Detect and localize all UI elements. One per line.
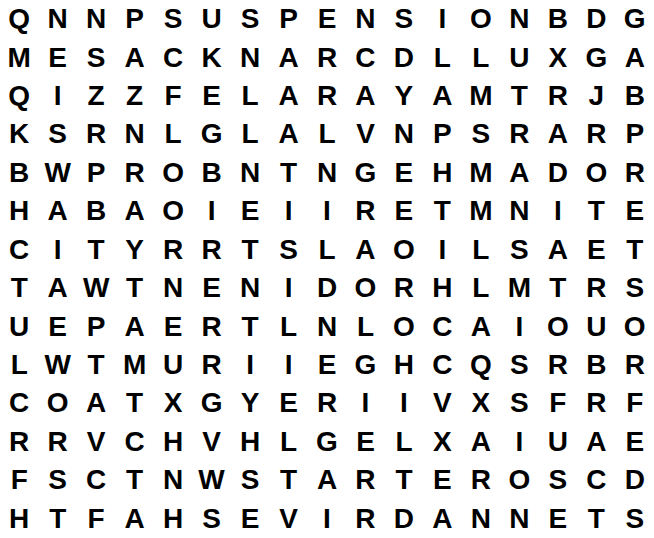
grid-cell-r3c1[interactable]: Q (0, 77, 38, 115)
grid-cell-r8c4[interactable]: T (115, 269, 153, 307)
grid-cell-r4c14[interactable]: R (500, 115, 538, 153)
grid-cell-r4c3[interactable]: R (77, 115, 115, 153)
grid-cell-r6c11[interactable]: E (385, 192, 423, 230)
grid-cell-r3c15[interactable]: R (539, 77, 577, 115)
grid-cell-r14c7[interactable]: E (231, 500, 269, 538)
grid-cell-r13c17[interactable]: D (616, 461, 654, 499)
grid-cell-r7c3[interactable]: T (77, 231, 115, 269)
grid-cell-r3c7[interactable]: L (231, 77, 269, 115)
grid-cell-r6c13[interactable]: M (462, 192, 500, 230)
grid-cell-r8c2[interactable]: A (38, 269, 76, 307)
grid-cell-r11c5[interactable]: X (154, 384, 192, 422)
grid-cell-r7c7[interactable]: T (231, 231, 269, 269)
grid-cell-r10c11[interactable]: H (385, 346, 423, 384)
grid-cell-r3c8[interactable]: A (269, 77, 307, 115)
grid-cell-r14c9[interactable]: I (308, 500, 346, 538)
grid-cell-r1c3[interactable]: N (77, 0, 115, 38)
grid-cell-r2c3[interactable]: S (77, 38, 115, 76)
grid-cell-r7c10[interactable]: A (346, 231, 384, 269)
grid-cell-r14c3[interactable]: F (77, 500, 115, 538)
grid-cell-r8c9[interactable]: D (308, 269, 346, 307)
grid-cell-r5c1[interactable]: B (0, 154, 38, 192)
grid-cell-r8c12[interactable]: H (423, 269, 461, 307)
grid-cell-r4c8[interactable]: A (269, 115, 307, 153)
grid-cell-r13c1[interactable]: F (0, 461, 38, 499)
grid-cell-r4c11[interactable]: N (385, 115, 423, 153)
grid-cell-r9c1[interactable]: U (0, 307, 38, 345)
grid-cell-r7c4[interactable]: Y (115, 231, 153, 269)
grid-cell-r11c14[interactable]: S (500, 384, 538, 422)
grid-cell-r13c14[interactable]: O (500, 461, 538, 499)
grid-cell-r11c6[interactable]: G (192, 384, 230, 422)
grid-cell-r2c15[interactable]: X (539, 38, 577, 76)
grid-cell-r1c2[interactable]: N (38, 0, 76, 38)
grid-cell-r8c17[interactable]: S (616, 269, 654, 307)
grid-cell-r7c6[interactable]: R (192, 231, 230, 269)
grid-cell-r5c15[interactable]: D (539, 154, 577, 192)
grid-cell-r13c2[interactable]: S (38, 461, 76, 499)
grid-cell-r9c10[interactable]: L (346, 307, 384, 345)
grid-cell-r4c7[interactable]: L (231, 115, 269, 153)
grid-cell-r12c17[interactable]: E (616, 423, 654, 461)
grid-cell-r2c1[interactable]: M (0, 38, 38, 76)
grid-cell-r2c12[interactable]: L (423, 38, 461, 76)
grid-cell-r4c4[interactable]: N (115, 115, 153, 153)
grid-cell-r4c6[interactable]: G (192, 115, 230, 153)
grid-cell-r14c8[interactable]: V (269, 500, 307, 538)
grid-cell-r2c8[interactable]: A (269, 38, 307, 76)
grid-cell-r7c17[interactable]: T (616, 231, 654, 269)
grid-cell-r5c17[interactable]: R (616, 154, 654, 192)
grid-cell-r13c10[interactable]: R (346, 461, 384, 499)
grid-cell-r12c8[interactable]: L (269, 423, 307, 461)
grid-cell-r6c14[interactable]: N (500, 192, 538, 230)
grid-cell-r1c8[interactable]: P (269, 0, 307, 38)
grid-cell-r10c14[interactable]: S (500, 346, 538, 384)
grid-cell-r13c8[interactable]: T (269, 461, 307, 499)
word-search-board: QNNPSUSPENSIONBDGMESACKNARCDLLUXGAQIZZFE… (0, 0, 654, 538)
grid-cell-r4c1[interactable]: K (0, 115, 38, 153)
grid-cell-r14c16[interactable]: T (577, 500, 615, 538)
grid-cell-r3c3[interactable]: Z (77, 77, 115, 115)
grid-cell-r10c6[interactable]: R (192, 346, 230, 384)
grid-cell-r13c15[interactable]: S (539, 461, 577, 499)
grid-cell-r12c11[interactable]: L (385, 423, 423, 461)
grid-cell-r11c17[interactable]: F (616, 384, 654, 422)
grid-cell-r13c16[interactable]: C (577, 461, 615, 499)
grid-cell-r10c13[interactable]: Q (462, 346, 500, 384)
grid-cell-r10c4[interactable]: M (115, 346, 153, 384)
grid-cell-r12c6[interactable]: V (192, 423, 230, 461)
grid-cell-r2c10[interactable]: C (346, 38, 384, 76)
grid-cell-r3c16[interactable]: J (577, 77, 615, 115)
grid-cell-r2c17[interactable]: A (616, 38, 654, 76)
grid-cell-r9c2[interactable]: E (38, 307, 76, 345)
grid-cell-r6c8[interactable]: I (269, 192, 307, 230)
grid-cell-r1c16[interactable]: D (577, 0, 615, 38)
grid-cell-r1c15[interactable]: B (539, 0, 577, 38)
grid-cell-r5c6[interactable]: B (192, 154, 230, 192)
grid-cell-r8c11[interactable]: R (385, 269, 423, 307)
grid-cell-r5c10[interactable]: G (346, 154, 384, 192)
grid-cell-r8c1[interactable]: T (0, 269, 38, 307)
grid-cell-r13c13[interactable]: R (462, 461, 500, 499)
grid-cell-r1c12[interactable]: I (423, 0, 461, 38)
grid-cell-r8c15[interactable]: T (539, 269, 577, 307)
grid-cell-r11c3[interactable]: A (77, 384, 115, 422)
grid-cell-r5c14[interactable]: A (500, 154, 538, 192)
grid-cell-r9c5[interactable]: E (154, 307, 192, 345)
grid-cell-r6c5[interactable]: O (154, 192, 192, 230)
grid-cell-r9c15[interactable]: O (539, 307, 577, 345)
grid-cell-r9c11[interactable]: O (385, 307, 423, 345)
grid-cell-r12c13[interactable]: A (462, 423, 500, 461)
grid-cell-r14c4[interactable]: A (115, 500, 153, 538)
grid-cell-r3c5[interactable]: F (154, 77, 192, 115)
grid-cell-r4c16[interactable]: R (577, 115, 615, 153)
grid-cell-r14c1[interactable]: H (0, 500, 38, 538)
grid-cell-r8c5[interactable]: N (154, 269, 192, 307)
grid-cell-r8c6[interactable]: E (192, 269, 230, 307)
grid-cell-r7c2[interactable]: I (38, 231, 76, 269)
grid-cell-r14c5[interactable]: H (154, 500, 192, 538)
grid-cell-r3c2[interactable]: I (38, 77, 76, 115)
grid-cell-r8c3[interactable]: W (77, 269, 115, 307)
grid-cell-r7c8[interactable]: S (269, 231, 307, 269)
grid-cell-r6c7[interactable]: E (231, 192, 269, 230)
grid-cell-r13c12[interactable]: E (423, 461, 461, 499)
grid-cell-r13c6[interactable]: W (192, 461, 230, 499)
grid-cell-r12c3[interactable]: V (77, 423, 115, 461)
grid-cell-r6c6[interactable]: I (192, 192, 230, 230)
grid-cell-r10c7[interactable]: I (231, 346, 269, 384)
grid-cell-r4c5[interactable]: L (154, 115, 192, 153)
grid-cell-r12c5[interactable]: H (154, 423, 192, 461)
grid-cell-r3c14[interactable]: T (500, 77, 538, 115)
grid-cell-r1c1[interactable]: Q (0, 0, 38, 38)
grid-cell-r5c16[interactable]: O (577, 154, 615, 192)
grid-cell-r11c2[interactable]: O (38, 384, 76, 422)
grid-cell-r11c13[interactable]: X (462, 384, 500, 422)
grid-cell-r3c9[interactable]: R (308, 77, 346, 115)
grid-cell-r10c17[interactable]: R (616, 346, 654, 384)
grid-cell-r14c2[interactable]: T (38, 500, 76, 538)
grid-cell-r10c1[interactable]: L (0, 346, 38, 384)
grid-cell-r14c6[interactable]: S (192, 500, 230, 538)
grid-cell-r5c5[interactable]: O (154, 154, 192, 192)
grid-cell-r13c9[interactable]: A (308, 461, 346, 499)
grid-cell-r7c5[interactable]: R (154, 231, 192, 269)
grid-cell-r7c15[interactable]: A (539, 231, 577, 269)
grid-cell-r2c4[interactable]: A (115, 38, 153, 76)
grid-cell-r14c13[interactable]: N (462, 500, 500, 538)
grid-cell-r13c11[interactable]: T (385, 461, 423, 499)
grid-cell-r3c10[interactable]: A (346, 77, 384, 115)
grid-cell-r2c14[interactable]: U (500, 38, 538, 76)
grid-cell-r5c2[interactable]: W (38, 154, 76, 192)
grid-cell-r14c15[interactable]: E (539, 500, 577, 538)
grid-cell-r7c13[interactable]: L (462, 231, 500, 269)
grid-cell-r9c14[interactable]: I (500, 307, 538, 345)
grid-cell-r14c12[interactable]: A (423, 500, 461, 538)
grid-cell-r11c10[interactable]: I (346, 384, 384, 422)
grid-cell-r5c13[interactable]: M (462, 154, 500, 192)
grid-cell-r12c14[interactable]: I (500, 423, 538, 461)
grid-cell-r5c8[interactable]: T (269, 154, 307, 192)
grid-cell-r1c17[interactable]: G (616, 0, 654, 38)
grid-cell-r9c13[interactable]: A (462, 307, 500, 345)
grid-cell-r5c3[interactable]: P (77, 154, 115, 192)
grid-cell-r10c15[interactable]: R (539, 346, 577, 384)
grid-cell-r11c4[interactable]: T (115, 384, 153, 422)
grid-cell-r8c10[interactable]: O (346, 269, 384, 307)
grid-cell-r4c17[interactable]: P (616, 115, 654, 153)
grid-cell-r12c15[interactable]: U (539, 423, 577, 461)
grid-cell-r13c3[interactable]: C (77, 461, 115, 499)
grid-cell-r4c15[interactable]: A (539, 115, 577, 153)
grid-cell-r8c7[interactable]: N (231, 269, 269, 307)
grid-cell-r2c9[interactable]: R (308, 38, 346, 76)
grid-cell-r10c10[interactable]: G (346, 346, 384, 384)
grid-cell-r9c8[interactable]: L (269, 307, 307, 345)
grid-cell-r7c14[interactable]: S (500, 231, 538, 269)
grid-cell-r12c9[interactable]: G (308, 423, 346, 461)
grid-cell-r7c9[interactable]: L (308, 231, 346, 269)
grid-cell-r6c4[interactable]: A (115, 192, 153, 230)
grid-cell-r10c12[interactable]: C (423, 346, 461, 384)
grid-cell-r2c11[interactable]: D (385, 38, 423, 76)
grid-cell-r5c7[interactable]: N (231, 154, 269, 192)
grid-cell-r1c14[interactable]: N (500, 0, 538, 38)
grid-cell-r5c11[interactable]: E (385, 154, 423, 192)
grid-cell-r8c8[interactable]: I (269, 269, 307, 307)
grid-cell-r1c6[interactable]: U (192, 0, 230, 38)
grid-cell-r14c14[interactable]: N (500, 500, 538, 538)
grid-cell-r8c16[interactable]: R (577, 269, 615, 307)
grid-cell-r13c7[interactable]: S (231, 461, 269, 499)
grid-cell-r14c11[interactable]: D (385, 500, 423, 538)
grid-cell-r5c12[interactable]: H (423, 154, 461, 192)
grid-cell-r8c14[interactable]: M (500, 269, 538, 307)
grid-cell-r12c1[interactable]: R (0, 423, 38, 461)
grid-cell-r11c16[interactable]: R (577, 384, 615, 422)
grid-cell-r13c4[interactable]: T (115, 461, 153, 499)
grid-cell-r1c7[interactable]: S (231, 0, 269, 38)
grid-cell-r3c17[interactable]: B (616, 77, 654, 115)
grid-cell-r6c9[interactable]: I (308, 192, 346, 230)
grid-cell-r6c1[interactable]: H (0, 192, 38, 230)
grid-cell-r1c10[interactable]: N (346, 0, 384, 38)
grid-cell-r10c3[interactable]: T (77, 346, 115, 384)
grid-cell-r9c4[interactable]: A (115, 307, 153, 345)
grid-cell-r7c12[interactable]: I (423, 231, 461, 269)
grid-cell-r2c6[interactable]: K (192, 38, 230, 76)
grid-cell-r4c13[interactable]: S (462, 115, 500, 153)
grid-cell-r6c10[interactable]: R (346, 192, 384, 230)
grid-cell-r8c13[interactable]: L (462, 269, 500, 307)
grid-cell-r12c2[interactable]: R (38, 423, 76, 461)
grid-cell-r13c5[interactable]: N (154, 461, 192, 499)
grid-cell-r12c16[interactable]: A (577, 423, 615, 461)
grid-cell-r1c11[interactable]: S (385, 0, 423, 38)
grid-cell-r2c16[interactable]: G (577, 38, 615, 76)
grid-cell-r9c6[interactable]: R (192, 307, 230, 345)
grid-cell-r6c15[interactable]: I (539, 192, 577, 230)
grid-cell-r2c5[interactable]: C (154, 38, 192, 76)
grid-cell-r12c12[interactable]: X (423, 423, 461, 461)
grid-cell-r10c5[interactable]: U (154, 346, 192, 384)
grid-cell-r6c16[interactable]: T (577, 192, 615, 230)
grid-cell-r11c11[interactable]: I (385, 384, 423, 422)
grid-cell-r9c16[interactable]: U (577, 307, 615, 345)
grid-cell-r5c9[interactable]: N (308, 154, 346, 192)
grid-cell-r10c16[interactable]: B (577, 346, 615, 384)
grid-cell-r12c7[interactable]: H (231, 423, 269, 461)
grid-cell-r9c12[interactable]: C (423, 307, 461, 345)
grid-cell-r4c9[interactable]: L (308, 115, 346, 153)
grid-cell-r5c4[interactable]: R (115, 154, 153, 192)
grid-cell-r2c7[interactable]: N (231, 38, 269, 76)
grid-cell-r6c12[interactable]: T (423, 192, 461, 230)
grid-cell-r9c7[interactable]: T (231, 307, 269, 345)
grid-cell-r11c8[interactable]: E (269, 384, 307, 422)
grid-cell-r3c12[interactable]: A (423, 77, 461, 115)
grid-cell-r1c5[interactable]: S (154, 0, 192, 38)
grid-cell-r10c8[interactable]: I (269, 346, 307, 384)
grid-cell-r3c6[interactable]: E (192, 77, 230, 115)
grid-cell-r4c2[interactable]: S (38, 115, 76, 153)
grid-cell-r10c2[interactable]: W (38, 346, 76, 384)
grid-cell-r3c13[interactable]: M (462, 77, 500, 115)
grid-cell-r14c10[interactable]: R (346, 500, 384, 538)
grid-cell-r2c13[interactable]: L (462, 38, 500, 76)
grid-cell-r9c9[interactable]: N (308, 307, 346, 345)
grid-cell-r4c12[interactable]: P (423, 115, 461, 153)
grid-cell-r1c4[interactable]: P (115, 0, 153, 38)
grid-cell-r7c16[interactable]: E (577, 231, 615, 269)
grid-cell-r14c17[interactable]: S (616, 500, 654, 538)
grid-cell-r9c17[interactable]: O (616, 307, 654, 345)
grid-cell-r11c9[interactable]: R (308, 384, 346, 422)
grid-cell-r4c10[interactable]: V (346, 115, 384, 153)
grid-cell-r11c1[interactable]: C (0, 384, 38, 422)
grid-cell-r6c2[interactable]: A (38, 192, 76, 230)
grid-cell-r2c2[interactable]: E (38, 38, 76, 76)
grid-cell-r1c9[interactable]: E (308, 0, 346, 38)
grid-cell-r12c10[interactable]: E (346, 423, 384, 461)
grid-cell-r7c11[interactable]: O (385, 231, 423, 269)
grid-cell-r3c11[interactable]: Y (385, 77, 423, 115)
grid-cell-r3c4[interactable]: Z (115, 77, 153, 115)
grid-cell-r11c12[interactable]: V (423, 384, 461, 422)
grid-cell-r11c15[interactable]: F (539, 384, 577, 422)
grid-cell-r10c9[interactable]: E (308, 346, 346, 384)
grid-cell-r12c4[interactable]: C (115, 423, 153, 461)
grid-cell-r6c3[interactable]: B (77, 192, 115, 230)
grid-cell-r7c1[interactable]: C (0, 231, 38, 269)
grid-cell-r1c13[interactable]: O (462, 0, 500, 38)
grid-cell-r9c3[interactable]: P (77, 307, 115, 345)
grid-cell-r11c7[interactable]: Y (231, 384, 269, 422)
grid-cell-r6c17[interactable]: E (616, 192, 654, 230)
